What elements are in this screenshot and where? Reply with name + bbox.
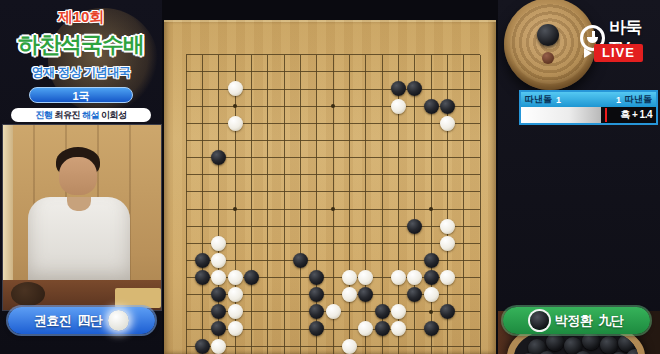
white-stone [358,321,373,336]
white-stone-icon [108,310,129,331]
white-stone [211,236,226,251]
black-stone [440,304,455,319]
white-stone [342,287,357,302]
white-stone [391,270,406,285]
commentator-role-label: 해설 [82,110,99,120]
white-stone [326,304,341,319]
black-player-name: 박정환 [555,312,593,330]
black-stone [244,270,259,285]
white-captures-count: 1 [556,95,561,105]
score-panel: 따낸돌 1 1 따낸돌 흑 + 1.4 [519,90,658,125]
left-panel: 제10회 하찬석국수배 영재·정상 기념대국 1국 진행 최유진 해설 이희성 … [0,0,162,354]
black-stone [407,287,422,302]
board-surface [164,20,496,354]
black-captures-count: 1 [616,95,621,105]
bowl-black-stone [626,349,644,354]
black-stone [309,270,324,285]
white-stone [228,81,243,96]
black-stone [211,304,226,319]
commentator-name: 이희성 [101,110,127,120]
captures-header: 따낸돌 1 1 따낸돌 [521,92,656,107]
host-role-label: 진행 [35,110,52,120]
black-stone [309,321,324,336]
white-stone [211,270,226,285]
black-stone [407,81,422,96]
staff-credits: 진행 최유진 해설 이희성 [11,108,151,122]
black-stone [391,81,406,96]
black-stone [407,219,422,234]
white-stone [440,116,455,131]
black-player-nameplate: 박정환 九단 [503,307,650,334]
live-badge: LIVE [594,44,643,62]
black-stone [195,339,210,354]
white-eval-portion [521,107,601,123]
black-stone [211,321,226,336]
table-board-edge [115,288,161,308]
black-stone [424,270,439,285]
broadcast-frame: 제10회 하찬석국수배 영재·정상 기념대국 1국 진행 최유진 해설 이희성 … [0,0,660,354]
game-number-badge: 1국 [29,87,133,103]
white-stone [228,287,243,302]
white-stone [440,270,455,285]
black-stone [358,287,373,302]
black-stone [440,99,455,114]
black-stone [375,304,390,319]
tournament-subtitle: 영재·정상 기념대국 [0,64,162,81]
board-stones [178,46,489,354]
small-stone-on-lid [542,52,554,64]
white-player-face [59,157,97,195]
bowl-black-stone [582,332,600,350]
black-stone [424,321,439,336]
white-stone [391,304,406,319]
white-stone [228,321,243,336]
black-player-rank: 九단 [598,312,623,330]
bowl-black-stone [546,333,564,351]
black-stone [195,253,210,268]
white-stone [228,116,243,131]
black-stone-icon [530,311,549,330]
white-player-rank: 四단 [77,312,102,330]
bowl-black-stone [600,336,618,354]
white-stone [228,304,243,319]
white-stone [440,236,455,251]
white-stone [358,270,373,285]
captures-label-right: 따낸돌 [625,93,652,106]
play-triangle-icon [584,48,592,58]
black-stone-on-lid [537,24,559,46]
tournament-edition: 제10회 [0,8,162,27]
black-stone [211,287,226,302]
white-stone [424,287,439,302]
black-stone [375,321,390,336]
win-eval-bar: 흑 + 1.4 [521,107,656,123]
right-panel: 바둑TV LIVE 따낸돌 1 1 따낸돌 흑 + 1.4 [498,0,660,354]
white-player-name: 권효진 [34,312,72,330]
white-stone [342,270,357,285]
tournament-title-block: 제10회 하찬석국수배 영재·정상 기념대국 1국 진행 최유진 해설 이희성 [0,8,162,122]
black-stone [195,270,210,285]
white-stone [440,219,455,234]
host-name: 최유진 [54,110,80,120]
go-board [162,0,498,354]
live-indicator: LIVE [584,44,643,62]
white-stone [407,270,422,285]
eval-score-text: 흑 + 1.4 [620,107,652,123]
white-player-nameplate: 권효진 四단 [8,307,155,334]
white-stone [211,253,226,268]
captures-label-left: 따낸돌 [525,93,552,106]
white-stone [391,99,406,114]
stone-bowl [11,282,45,306]
black-stone [211,150,226,165]
white-stone [342,339,357,354]
black-stone [424,99,439,114]
white-player-video [2,124,162,311]
white-stone [211,339,226,354]
eval-marker [605,108,607,122]
white-stone [391,321,406,336]
black-stone [309,287,324,302]
black-stone [293,253,308,268]
black-stone [309,304,324,319]
black-stone [424,253,439,268]
white-stone [228,270,243,285]
tournament-name: 하찬석국수배 [0,30,162,60]
